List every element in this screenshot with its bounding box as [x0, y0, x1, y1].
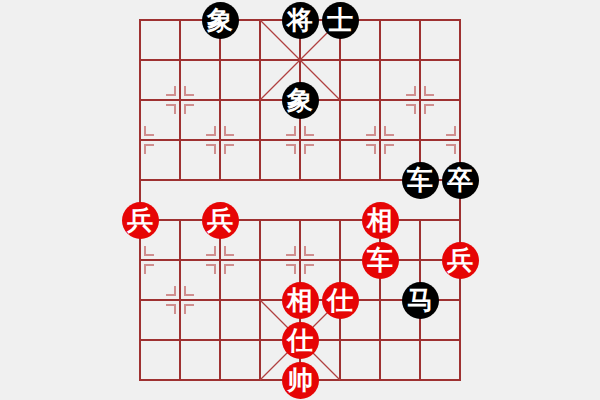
piece-red-elephant[interactable]: 相 [362, 202, 399, 239]
piece-black-advisor[interactable]: 士 [322, 2, 359, 39]
piece-black-soldier[interactable]: 卒 [442, 162, 479, 199]
xiangqi-board[interactable]: 象将士象车卒马兵兵相车兵相仕仕帅 [0, 0, 600, 400]
piece-red-chariot[interactable]: 车 [362, 242, 399, 279]
piece-black-elephant[interactable]: 象 [202, 2, 239, 39]
piece-red-advisor[interactable]: 仕 [282, 322, 319, 359]
piece-red-soldier[interactable]: 兵 [202, 202, 239, 239]
piece-black-general[interactable]: 将 [282, 2, 319, 39]
piece-black-chariot[interactable]: 车 [402, 162, 439, 199]
piece-red-advisor[interactable]: 仕 [322, 282, 359, 319]
piece-red-soldier[interactable]: 兵 [122, 202, 159, 239]
piece-red-general[interactable]: 帅 [282, 362, 319, 399]
piece-black-horse[interactable]: 马 [402, 282, 439, 319]
piece-black-elephant[interactable]: 象 [282, 82, 319, 119]
piece-red-elephant[interactable]: 相 [282, 282, 319, 319]
piece-red-soldier[interactable]: 兵 [442, 242, 479, 279]
